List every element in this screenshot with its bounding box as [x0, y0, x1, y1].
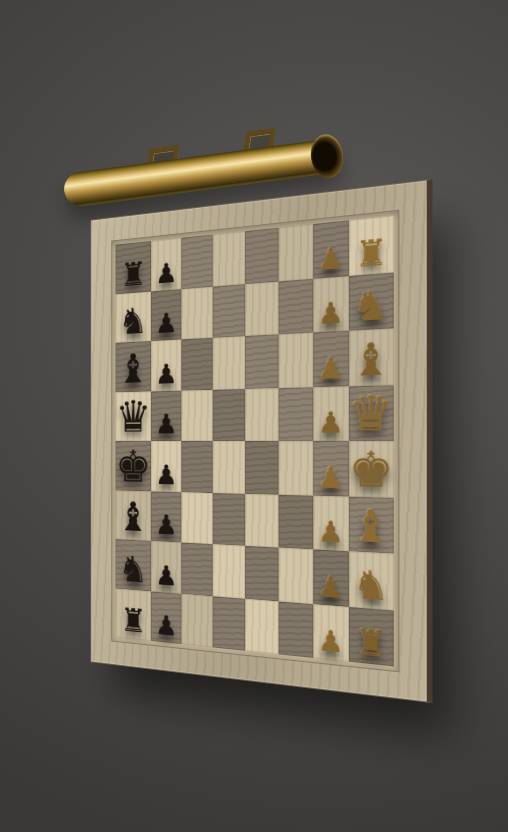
- piece-black-pawn[interactable]: ♟: [155, 562, 177, 590]
- square-r3c7[interactable]: ♟: [313, 331, 349, 387]
- square-r4c2[interactable]: ♟: [151, 390, 181, 441]
- piece-white-pawn[interactable]: ♟: [318, 518, 344, 548]
- square-r5c3[interactable]: [181, 441, 212, 493]
- piece-black-king[interactable]: ♚: [116, 444, 152, 488]
- square-r2c3[interactable]: [181, 286, 212, 339]
- square-r7c7[interactable]: ♟: [313, 549, 349, 606]
- square-r5c2[interactable]: ♟: [151, 441, 181, 492]
- piece-black-pawn[interactable]: ♟: [155, 462, 177, 489]
- square-r2c2[interactable]: ♟: [151, 289, 181, 341]
- piece-black-pawn[interactable]: ♟: [155, 612, 177, 641]
- square-r1c8[interactable]: ♜: [349, 216, 394, 276]
- square-r8c4[interactable]: [213, 596, 245, 651]
- piece-white-pawn[interactable]: ♟: [318, 243, 344, 274]
- piece-white-pawn[interactable]: ♟: [318, 409, 344, 438]
- square-r1c1[interactable]: ♜: [116, 241, 152, 294]
- square-r6c3[interactable]: [181, 492, 212, 544]
- piece-black-bishop[interactable]: ♝: [117, 497, 150, 538]
- square-r6c5[interactable]: [245, 493, 278, 547]
- square-r3c3[interactable]: [181, 338, 212, 390]
- square-r8c8[interactable]: ♜: [349, 606, 394, 666]
- square-r8c3[interactable]: [181, 593, 212, 647]
- piece-white-pawn[interactable]: ♟: [318, 463, 344, 493]
- square-r4c8[interactable]: ♛: [349, 385, 394, 441]
- square-r5c8[interactable]: ♚: [349, 441, 394, 497]
- square-r2c7[interactable]: ♟: [313, 276, 349, 333]
- square-r4c1[interactable]: ♛: [116, 391, 152, 441]
- piece-white-rook[interactable]: ♜: [354, 233, 387, 272]
- piece-white-king[interactable]: ♚: [349, 445, 394, 494]
- square-r6c4[interactable]: [213, 493, 245, 546]
- square-r7c5[interactable]: [245, 546, 278, 601]
- piece-black-pawn[interactable]: ♟: [155, 259, 177, 288]
- square-r6c6[interactable]: [278, 494, 313, 549]
- board-grid: ♜♟♟♜♞♟♟♞♝♟♟♝♛♟♟♛♚♟♟♚♝♟♟♝♞♟♟♞♜♟♟♜: [116, 216, 394, 667]
- square-r3c1[interactable]: ♝: [116, 341, 152, 392]
- square-r2c8[interactable]: ♞: [349, 272, 394, 331]
- square-r4c5[interactable]: [245, 388, 278, 441]
- piece-white-knight[interactable]: ♞: [353, 564, 390, 607]
- board-inner-border: ♜♟♟♜♞♟♟♞♝♟♟♝♛♟♟♛♚♟♟♚♝♟♟♝♞♟♟♞♜♟♟♜: [111, 210, 399, 673]
- piece-white-pawn[interactable]: ♟: [318, 353, 344, 383]
- piece-black-queen[interactable]: ♛: [116, 394, 152, 438]
- square-r7c3[interactable]: [181, 543, 212, 596]
- piece-white-bishop[interactable]: ♝: [351, 504, 392, 550]
- piece-black-rook[interactable]: ♜: [120, 256, 146, 290]
- square-r4c3[interactable]: [181, 389, 212, 441]
- square-r1c5[interactable]: [245, 228, 278, 284]
- piece-white-pawn[interactable]: ♟: [318, 572, 344, 603]
- square-r4c4[interactable]: [213, 389, 245, 441]
- square-r8c1[interactable]: ♜: [116, 588, 152, 641]
- square-r8c5[interactable]: [245, 598, 278, 654]
- square-r1c3[interactable]: [181, 235, 212, 289]
- square-r8c6[interactable]: [278, 601, 313, 658]
- square-r3c2[interactable]: ♟: [151, 339, 181, 391]
- square-r1c6[interactable]: [278, 224, 313, 281]
- square-r6c2[interactable]: ♟: [151, 491, 181, 543]
- square-r8c2[interactable]: ♟: [151, 591, 181, 644]
- square-r5c6[interactable]: [278, 441, 313, 495]
- piece-black-bishop[interactable]: ♝: [117, 348, 150, 389]
- square-r8c7[interactable]: ♟: [313, 604, 349, 662]
- square-r5c7[interactable]: ♟: [313, 441, 349, 496]
- square-r5c4[interactable]: [213, 441, 245, 493]
- piece-white-bishop[interactable]: ♝: [351, 336, 392, 382]
- chess-board: ♜♟♟♜♞♟♟♞♝♟♟♝♛♟♟♛♚♟♟♚♝♟♟♝♞♟♟♞♜♟♟♜: [90, 179, 432, 703]
- piece-black-knight[interactable]: ♞: [119, 302, 148, 340]
- square-r5c1[interactable]: ♚: [116, 441, 152, 491]
- piece-black-pawn[interactable]: ♟: [155, 360, 177, 388]
- square-r3c6[interactable]: [278, 333, 313, 388]
- square-r4c6[interactable]: [278, 387, 313, 441]
- piece-white-knight[interactable]: ♞: [353, 285, 390, 328]
- square-r1c2[interactable]: ♟: [151, 238, 181, 291]
- square-r1c4[interactable]: [213, 231, 245, 286]
- square-r7c6[interactable]: [278, 548, 313, 604]
- square-r6c8[interactable]: ♝: [349, 496, 394, 554]
- square-r3c4[interactable]: [213, 336, 245, 389]
- square-r2c5[interactable]: [245, 281, 278, 336]
- square-r2c6[interactable]: [278, 278, 313, 334]
- square-r6c7[interactable]: ♟: [313, 495, 349, 551]
- square-r5c5[interactable]: [245, 441, 278, 494]
- piece-white-pawn[interactable]: ♟: [318, 298, 344, 329]
- square-r7c4[interactable]: [213, 544, 245, 598]
- piece-black-pawn[interactable]: ♟: [155, 411, 177, 438]
- square-r3c8[interactable]: ♝: [349, 328, 394, 386]
- square-r2c4[interactable]: [213, 284, 245, 338]
- square-r6c1[interactable]: ♝: [116, 490, 152, 541]
- piece-black-knight[interactable]: ♞: [119, 550, 148, 588]
- piece-white-queen[interactable]: ♛: [349, 388, 394, 437]
- board-frame: ♜♟♟♜♞♟♟♞♝♟♟♝♛♟♟♛♚♟♟♚♝♟♟♝♞♟♟♞♜♟♟♜: [90, 179, 432, 703]
- square-r2c1[interactable]: ♞: [116, 291, 152, 343]
- piece-black-rook[interactable]: ♜: [120, 603, 146, 638]
- piece-black-pawn[interactable]: ♟: [155, 512, 177, 540]
- piece-black-pawn[interactable]: ♟: [155, 310, 177, 338]
- square-r1c7[interactable]: ♟: [313, 220, 349, 278]
- square-r7c1[interactable]: ♞: [116, 539, 152, 591]
- square-r7c8[interactable]: ♞: [349, 551, 394, 610]
- piece-white-rook[interactable]: ♜: [354, 623, 387, 662]
- piece-white-pawn[interactable]: ♟: [318, 626, 344, 658]
- square-r3c5[interactable]: [245, 334, 278, 388]
- square-r4c7[interactable]: ♟: [313, 386, 349, 441]
- square-r7c2[interactable]: ♟: [151, 541, 181, 593]
